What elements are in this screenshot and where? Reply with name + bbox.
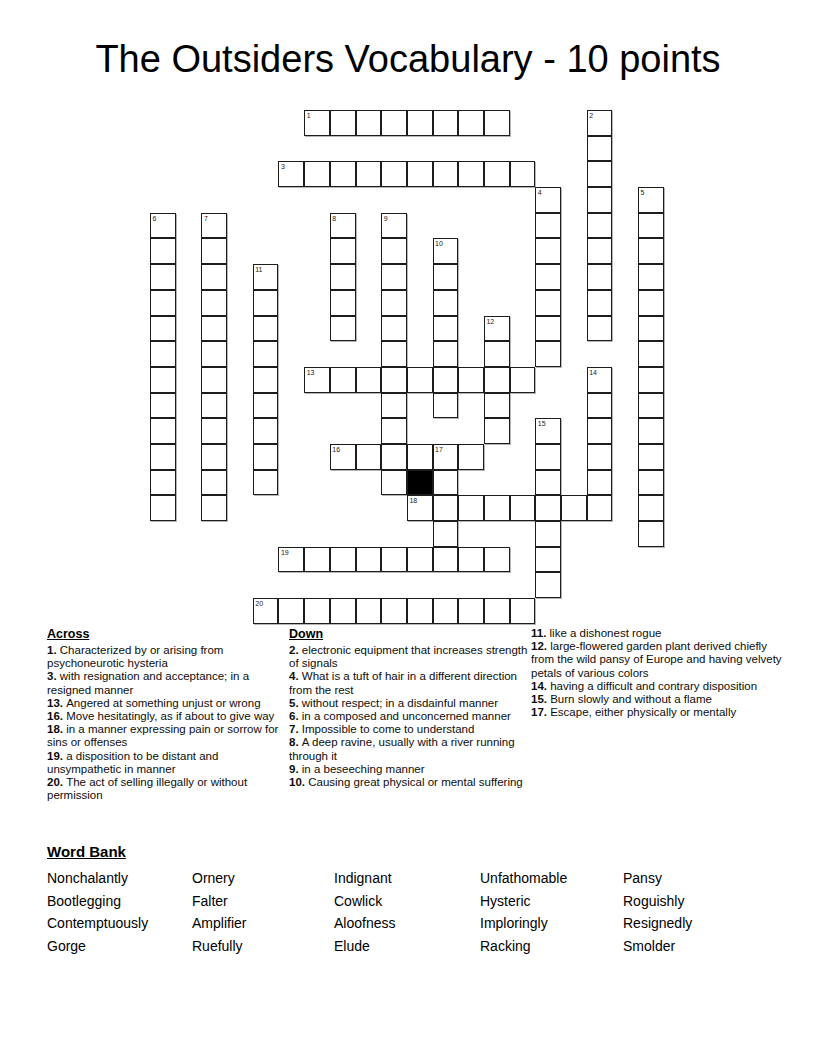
grid-cell[interactable] [638, 521, 664, 547]
empty-space [612, 470, 638, 496]
empty-space [227, 187, 253, 213]
grid-cell[interactable] [638, 264, 664, 290]
grid-cell[interactable] [510, 495, 536, 521]
grid-cell[interactable] [458, 367, 484, 393]
empty-space [253, 572, 279, 598]
across-clue-list: 1. Characterized by or arising from psyc… [47, 644, 285, 802]
grid-cell[interactable] [587, 470, 613, 496]
empty-space [381, 521, 407, 547]
clue-number-label: 6. [289, 710, 302, 722]
grid-cell[interactable]: 19 [278, 547, 304, 573]
empty-space [407, 572, 433, 598]
grid-cell[interactable] [587, 316, 613, 342]
grid-cell[interactable] [433, 521, 459, 547]
grid-cell[interactable] [638, 418, 664, 444]
empty-space [433, 187, 459, 213]
empty-space [356, 238, 382, 264]
grid-cell[interactable] [535, 470, 561, 496]
empty-space [612, 290, 638, 316]
empty-space [561, 598, 587, 624]
grid-cell[interactable] [638, 495, 664, 521]
grid-cell[interactable]: 4 [535, 187, 561, 213]
grid-cell[interactable] [150, 290, 176, 316]
clue-number-label: 15. [531, 693, 550, 705]
grid-cell[interactable] [381, 238, 407, 264]
grid-cell[interactable] [458, 110, 484, 136]
empty-space [176, 444, 202, 470]
grid-cell[interactable] [150, 470, 176, 496]
grid-cell[interactable] [587, 444, 613, 470]
grid-cell[interactable] [484, 547, 510, 573]
grid-cell[interactable] [638, 213, 664, 239]
clue-number-label: 1. [47, 644, 60, 656]
empty-space [227, 290, 253, 316]
grid-cell[interactable] [253, 290, 279, 316]
grid-cell[interactable] [433, 547, 459, 573]
empty-space [278, 572, 304, 598]
grid-cell[interactable] [253, 341, 279, 367]
grid-cell[interactable] [587, 213, 613, 239]
grid-cell[interactable] [458, 161, 484, 187]
grid-cell[interactable] [253, 418, 279, 444]
grid-cell[interactable] [484, 367, 510, 393]
empty-space [458, 341, 484, 367]
clue-6: 6. in a composed and unconcerned manner [289, 710, 529, 723]
grid-cell[interactable] [458, 598, 484, 624]
clue-number: 18 [409, 496, 417, 505]
grid-cell[interactable]: 10 [433, 238, 459, 264]
clue-number-label: 11. [531, 627, 550, 639]
grid-cell[interactable] [484, 110, 510, 136]
grid-cell[interactable] [150, 316, 176, 342]
grid-cell[interactable] [330, 290, 356, 316]
grid-cell[interactable] [535, 341, 561, 367]
word-bank: Word Bank NonchalantlyOrneryIndignantUnf… [47, 843, 792, 958]
down-clues-overflow-column: 11. like a dishonest rogue12. large-flow… [531, 627, 783, 719]
empty-space [458, 136, 484, 162]
empty-space [176, 572, 202, 598]
empty-space [356, 316, 382, 342]
grid-cell[interactable]: 9 [381, 213, 407, 239]
grid-cell[interactable] [150, 393, 176, 419]
grid-cell[interactable] [535, 444, 561, 470]
empty-space [433, 572, 459, 598]
grid-cell[interactable] [587, 161, 613, 187]
grid-cell[interactable]: 8 [330, 213, 356, 239]
grid-cell[interactable] [304, 598, 330, 624]
grid-cell[interactable] [201, 470, 227, 496]
grid-cell[interactable] [381, 470, 407, 496]
grid-cell[interactable] [433, 393, 459, 419]
grid-cell[interactable] [356, 367, 382, 393]
empty-space [407, 521, 433, 547]
empty-space [278, 264, 304, 290]
empty-space [535, 598, 561, 624]
grid-cell[interactable] [587, 187, 613, 213]
grid-cell[interactable] [458, 547, 484, 573]
grid-cell[interactable] [150, 264, 176, 290]
empty-space [356, 264, 382, 290]
empty-space [381, 572, 407, 598]
empty-space [587, 521, 613, 547]
empty-space [201, 572, 227, 598]
grid-cell[interactable] [638, 316, 664, 342]
clue-number-label: 7. [289, 723, 302, 735]
empty-space [330, 470, 356, 496]
crossword-grid: 1234567891011121314151617181920 [150, 110, 664, 624]
grid-cell[interactable] [356, 110, 382, 136]
empty-space [150, 547, 176, 573]
grid-cell[interactable] [638, 290, 664, 316]
grid-cell[interactable] [535, 238, 561, 264]
grid-cell[interactable] [407, 444, 433, 470]
grid-cell[interactable] [458, 495, 484, 521]
empty-space [612, 444, 638, 470]
empty-space [330, 136, 356, 162]
grid-cell[interactable] [587, 495, 613, 521]
empty-space [612, 136, 638, 162]
grid-cell[interactable] [381, 110, 407, 136]
empty-space [510, 187, 536, 213]
empty-space [484, 470, 510, 496]
empty-space [458, 290, 484, 316]
grid-cell[interactable] [407, 598, 433, 624]
word-bank-word: Roguishly [623, 890, 792, 913]
grid-cell[interactable] [381, 161, 407, 187]
grid-cell[interactable] [484, 418, 510, 444]
word-bank-word: Unfathomable [480, 867, 623, 890]
empty-space [227, 495, 253, 521]
empty-space [150, 187, 176, 213]
grid-cell[interactable] [510, 598, 536, 624]
empty-space [612, 187, 638, 213]
grid-cell[interactable] [433, 367, 459, 393]
empty-space [278, 187, 304, 213]
grid-cell[interactable] [433, 264, 459, 290]
empty-space [510, 110, 536, 136]
empty-space [458, 238, 484, 264]
empty-space [176, 136, 202, 162]
grid-cell[interactable] [407, 367, 433, 393]
grid-cell[interactable] [381, 418, 407, 444]
empty-space [330, 341, 356, 367]
grid-cell[interactable] [381, 367, 407, 393]
grid-cell[interactable] [458, 444, 484, 470]
grid-cell[interactable]: 17 [433, 444, 459, 470]
word-bank-word: Elude [334, 935, 480, 958]
grid-cell[interactable]: 5 [638, 187, 664, 213]
grid-cell[interactable]: 13 [304, 367, 330, 393]
grid-cell[interactable] [201, 495, 227, 521]
down-clues-column: Down 2. electronic equipment that increa… [289, 627, 529, 789]
grid-cell[interactable] [587, 418, 613, 444]
grid-cell[interactable] [201, 290, 227, 316]
grid-cell[interactable] [381, 316, 407, 342]
grid-cell[interactable] [356, 444, 382, 470]
grid-cell[interactable] [304, 547, 330, 573]
grid-cell[interactable] [201, 238, 227, 264]
empty-space [253, 547, 279, 573]
grid-cell[interactable] [433, 495, 459, 521]
grid-cell[interactable] [150, 367, 176, 393]
empty-space [484, 136, 510, 162]
empty-space [535, 110, 561, 136]
grid-cell[interactable] [638, 238, 664, 264]
grid-cell[interactable] [150, 418, 176, 444]
empty-space [176, 110, 202, 136]
grid-cell[interactable] [587, 136, 613, 162]
grid-cell[interactable]: 20 [253, 598, 279, 624]
clue-4: 4. What is a tuft of hair in a different… [289, 670, 529, 696]
grid-cell[interactable] [201, 393, 227, 419]
empty-space [176, 418, 202, 444]
grid-cell[interactable] [407, 161, 433, 187]
grid-cell[interactable] [587, 290, 613, 316]
empty-space [253, 238, 279, 264]
grid-cell[interactable] [201, 316, 227, 342]
empty-space [356, 470, 382, 496]
empty-space [253, 110, 279, 136]
word-bank-word: Hysteric [480, 890, 623, 913]
grid-cell[interactable] [150, 238, 176, 264]
empty-space [561, 316, 587, 342]
empty-space [176, 264, 202, 290]
empty-space [176, 495, 202, 521]
empty-space [612, 341, 638, 367]
grid-cell[interactable] [638, 341, 664, 367]
clue-number: 19 [281, 548, 289, 557]
grid-cell[interactable] [381, 444, 407, 470]
clue-number-label: 5. [289, 697, 302, 709]
empty-space [612, 418, 638, 444]
clue-number-label: 20. [47, 776, 66, 788]
empty-space [176, 161, 202, 187]
grid-cell[interactable] [433, 290, 459, 316]
clue-number-label: 4. [289, 670, 302, 682]
clue-number: 20 [255, 599, 263, 608]
grid-cell[interactable] [278, 598, 304, 624]
empty-space [381, 495, 407, 521]
empty-space [638, 598, 664, 624]
clue-number-label: 3. [47, 670, 60, 682]
empty-space [176, 213, 202, 239]
grid-cell[interactable] [587, 238, 613, 264]
grid-cell[interactable] [510, 367, 536, 393]
grid-cell[interactable] [253, 393, 279, 419]
down-clue-list: 2. electronic equipment that increases s… [289, 644, 529, 789]
down-clue-overflow-list: 11. like a dishonest rogue12. large-flow… [531, 627, 783, 719]
empty-space [356, 393, 382, 419]
grid-cell[interactable] [330, 238, 356, 264]
grid-cell[interactable] [535, 572, 561, 598]
grid-cell[interactable]: 2 [587, 110, 613, 136]
empty-space [201, 598, 227, 624]
grid-cell[interactable] [330, 316, 356, 342]
empty-space [330, 393, 356, 419]
empty-space [227, 598, 253, 624]
clue-number: 17 [435, 445, 443, 454]
empty-space [278, 418, 304, 444]
empty-space [227, 161, 253, 187]
empty-space [407, 264, 433, 290]
grid-cell[interactable] [484, 598, 510, 624]
grid-cell[interactable] [150, 444, 176, 470]
grid-cell[interactable]: 1 [304, 110, 330, 136]
word-bank-word: Falter [192, 890, 334, 913]
grid-cell[interactable] [201, 367, 227, 393]
grid-cell[interactable] [201, 418, 227, 444]
grid-cell[interactable]: 11 [253, 264, 279, 290]
grid-cell[interactable] [330, 598, 356, 624]
grid-cell[interactable] [535, 316, 561, 342]
grid-cell[interactable] [381, 341, 407, 367]
grid-cell[interactable] [356, 161, 382, 187]
grid-cell[interactable]: 14 [587, 367, 613, 393]
grid-cell[interactable] [484, 161, 510, 187]
empty-space [304, 238, 330, 264]
grid-cell[interactable] [433, 316, 459, 342]
grid-cell[interactable] [201, 444, 227, 470]
grid-cell[interactable] [535, 495, 561, 521]
empty-space [176, 341, 202, 367]
grid-cell[interactable] [433, 110, 459, 136]
empty-space [304, 341, 330, 367]
empty-space [356, 136, 382, 162]
grid-cell[interactable] [330, 547, 356, 573]
grid-cell[interactable] [433, 341, 459, 367]
empty-space [176, 470, 202, 496]
empty-space [227, 393, 253, 419]
grid-cell[interactable] [433, 161, 459, 187]
clue-number: 10 [435, 239, 443, 248]
empty-space [561, 110, 587, 136]
grid-cell[interactable]: 15 [535, 418, 561, 444]
grid-cell[interactable] [330, 367, 356, 393]
grid-cell[interactable] [356, 547, 382, 573]
empty-space [561, 418, 587, 444]
grid-cell[interactable] [381, 547, 407, 573]
clue-number: 14 [589, 368, 597, 377]
grid-cell[interactable]: 3 [278, 161, 304, 187]
clue-19: 19. a disposition to be distant and unsy… [47, 750, 285, 776]
empty-space [227, 418, 253, 444]
empty-space [176, 367, 202, 393]
grid-cell[interactable] [433, 598, 459, 624]
grid-cell[interactable] [150, 341, 176, 367]
word-bank-word: Bootlegging [47, 890, 192, 913]
word-bank-word: Ruefully [192, 935, 334, 958]
empty-space [612, 598, 638, 624]
empty-space [587, 598, 613, 624]
empty-space [227, 547, 253, 573]
grid-cell[interactable] [484, 495, 510, 521]
empty-space [638, 547, 664, 573]
empty-space [278, 290, 304, 316]
grid-cell[interactable] [201, 264, 227, 290]
empty-space [561, 393, 587, 419]
grid-cell[interactable] [304, 161, 330, 187]
empty-space [561, 290, 587, 316]
empty-space [484, 444, 510, 470]
empty-space [304, 521, 330, 547]
empty-space [561, 187, 587, 213]
grid-cell[interactable] [535, 264, 561, 290]
grid-cell[interactable] [330, 110, 356, 136]
empty-space [535, 367, 561, 393]
empty-space [484, 264, 510, 290]
grid-cell[interactable] [407, 110, 433, 136]
empty-space [458, 418, 484, 444]
clue-14: 14. having a difficult and contrary disp… [531, 680, 783, 693]
grid-cell[interactable] [253, 444, 279, 470]
grid-cell[interactable] [638, 444, 664, 470]
grid-cell[interactable] [587, 264, 613, 290]
empty-space [612, 521, 638, 547]
empty-space [510, 444, 536, 470]
grid-cell[interactable] [201, 341, 227, 367]
grid-cell[interactable] [587, 393, 613, 419]
grid-cell[interactable] [638, 367, 664, 393]
grid-cell[interactable] [535, 547, 561, 573]
clue-13: 13. Angered at something unjust or wrong [47, 697, 285, 710]
grid-cell[interactable] [510, 161, 536, 187]
grid-cell[interactable] [150, 495, 176, 521]
empty-space [484, 238, 510, 264]
grid-cell[interactable]: 6 [150, 213, 176, 239]
grid-cell[interactable] [253, 316, 279, 342]
grid-cell[interactable] [484, 341, 510, 367]
clue-number: 8 [332, 214, 336, 223]
word-bank-word: Amplifier [192, 912, 334, 935]
grid-cell[interactable] [535, 290, 561, 316]
grid-cell[interactable] [535, 521, 561, 547]
grid-cell[interactable] [433, 470, 459, 496]
empty-space [278, 470, 304, 496]
grid-cell[interactable] [381, 290, 407, 316]
grid-cell[interactable] [356, 598, 382, 624]
empty-space [253, 521, 279, 547]
grid-cell[interactable] [381, 393, 407, 419]
grid-cell[interactable]: 7 [201, 213, 227, 239]
grid-cell[interactable] [638, 470, 664, 496]
clue-number: 2 [589, 111, 593, 120]
empty-space [510, 470, 536, 496]
grid-cell[interactable] [330, 264, 356, 290]
grid-cell[interactable]: 16 [330, 444, 356, 470]
empty-space [381, 136, 407, 162]
grid-cell[interactable] [638, 393, 664, 419]
word-bank-word: Ornery [192, 867, 334, 890]
empty-space [304, 316, 330, 342]
empty-space [150, 110, 176, 136]
grid-cell[interactable] [484, 393, 510, 419]
grid-cell[interactable] [253, 367, 279, 393]
grid-cell[interactable] [381, 598, 407, 624]
clue-9: 9. in a beseeching manner [289, 763, 529, 776]
grid-cell[interactable]: 18 [407, 495, 433, 521]
grid-cell[interactable] [253, 470, 279, 496]
clue-number: 5 [641, 188, 645, 197]
grid-cell[interactable] [535, 213, 561, 239]
empty-space [561, 470, 587, 496]
grid-cell[interactable] [561, 495, 587, 521]
empty-space [510, 264, 536, 290]
grid-cell[interactable] [330, 161, 356, 187]
empty-space [227, 341, 253, 367]
grid-cell[interactable] [407, 547, 433, 573]
grid-cell[interactable] [381, 264, 407, 290]
grid-cell[interactable]: 12 [484, 316, 510, 342]
